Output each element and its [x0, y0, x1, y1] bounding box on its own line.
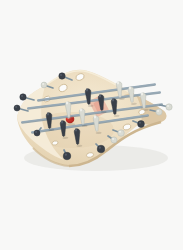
light-rod-knob	[156, 109, 162, 115]
knob-sphere	[59, 73, 65, 79]
knob-sphere	[20, 94, 26, 100]
knob-highlight	[157, 110, 159, 112]
knob-highlight	[112, 138, 114, 140]
knob-highlight	[119, 131, 121, 133]
light-rod-knob	[111, 137, 117, 143]
knob-highlight	[35, 131, 37, 133]
dark-rod-knob	[138, 121, 145, 128]
foosball-board-illustration: Wooden wavy tabletop foosball toy - over…	[0, 0, 183, 250]
knob-sphere	[156, 109, 162, 115]
knob-highlight	[21, 95, 23, 97]
dark-rod-knob	[34, 130, 40, 136]
knob-sphere	[138, 121, 145, 128]
dark-rod-knob	[14, 105, 20, 111]
knob-highlight	[42, 83, 44, 85]
product-photo-stage: Wooden wavy tabletop foosball toy - over…	[0, 0, 183, 250]
light-rod-knob	[41, 82, 47, 88]
knob-sphere	[34, 130, 40, 136]
dark-rod-knob	[97, 145, 105, 153]
knob-sphere	[166, 104, 172, 110]
knob-sphere	[97, 145, 105, 153]
knob-highlight	[60, 74, 62, 76]
knob-sphere	[111, 137, 117, 143]
dark-rod-knob	[59, 73, 65, 79]
light-rod-knob	[118, 130, 125, 137]
knob-sphere	[41, 82, 47, 88]
knob-highlight	[99, 147, 101, 149]
knob-highlight	[65, 154, 67, 156]
knob-sphere	[118, 130, 125, 137]
light-rod-knob	[166, 104, 172, 110]
knob-highlight	[15, 106, 17, 108]
dark-rod-knob	[20, 94, 26, 100]
knob-highlight	[139, 122, 141, 124]
dark-rod-knob	[63, 152, 71, 160]
knob-highlight	[167, 105, 169, 107]
knob-sphere	[14, 105, 20, 111]
knob-sphere	[63, 152, 71, 160]
